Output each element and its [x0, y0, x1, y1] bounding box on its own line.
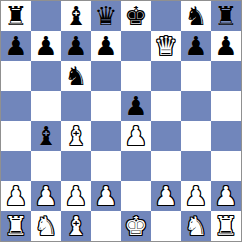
square-g4[interactable] [181, 121, 211, 151]
black-pawn: ♟ [4, 31, 27, 61]
square-f3[interactable] [151, 151, 181, 181]
square-h7[interactable]: ♟ [211, 31, 241, 61]
square-g8[interactable]: ♞ [181, 1, 211, 31]
square-h3[interactable] [211, 151, 241, 181]
white-pawn: ♟ [94, 181, 117, 211]
square-a5[interactable] [1, 91, 31, 121]
square-f8[interactable] [151, 1, 181, 31]
black-pawn: ♟ [214, 31, 237, 61]
square-h6[interactable] [211, 61, 241, 91]
square-e6[interactable] [121, 61, 151, 91]
square-a4[interactable] [1, 121, 31, 151]
white-bishop: ♝ [64, 121, 87, 151]
square-h2[interactable]: ♟ [211, 181, 241, 211]
square-d8[interactable]: ♛ [91, 1, 121, 31]
square-e5[interactable]: ♟ [121, 91, 151, 121]
square-h4[interactable] [211, 121, 241, 151]
square-a6[interactable] [1, 61, 31, 91]
square-e4[interactable]: ♟ [121, 121, 151, 151]
black-pawn: ♟ [94, 31, 117, 61]
white-rook: ♜ [4, 211, 27, 241]
square-c6[interactable]: ♞ [61, 61, 91, 91]
square-d5[interactable] [91, 91, 121, 121]
square-d1[interactable] [91, 211, 121, 241]
square-f2[interactable]: ♟ [151, 181, 181, 211]
square-a3[interactable] [1, 151, 31, 181]
black-knight: ♞ [184, 1, 207, 31]
white-pawn: ♟ [124, 121, 147, 151]
square-b5[interactable] [31, 91, 61, 121]
square-b4[interactable]: ♝ [31, 121, 61, 151]
black-pawn: ♟ [34, 31, 57, 61]
chess-board: ♜♝♛♚♞♜♟♟♟♟♛♟♟♞♟♝♝♟♟♟♟♟♟♟♟♜♞♝♚♞♜ [0, 0, 242, 242]
black-king: ♚ [124, 1, 147, 31]
square-c2[interactable]: ♟ [61, 181, 91, 211]
white-pawn: ♟ [154, 181, 177, 211]
square-e2[interactable] [121, 181, 151, 211]
square-b1[interactable]: ♞ [31, 211, 61, 241]
square-f6[interactable] [151, 61, 181, 91]
white-pawn: ♟ [34, 181, 57, 211]
square-a7[interactable]: ♟ [1, 31, 31, 61]
square-g3[interactable] [181, 151, 211, 181]
white-knight: ♞ [184, 211, 207, 241]
black-pawn: ♟ [124, 91, 147, 121]
square-e3[interactable] [121, 151, 151, 181]
black-queen: ♛ [94, 1, 117, 31]
square-b6[interactable] [31, 61, 61, 91]
square-d4[interactable] [91, 121, 121, 151]
square-f7[interactable]: ♛ [151, 31, 181, 61]
white-knight: ♞ [34, 211, 57, 241]
black-pawn: ♟ [184, 31, 207, 61]
board-container: ♜♝♛♚♞♜♟♟♟♟♛♟♟♞♟♝♝♟♟♟♟♟♟♟♟♜♞♝♚♞♜ [0, 0, 242, 242]
white-pawn: ♟ [64, 181, 87, 211]
square-e1[interactable]: ♚ [121, 211, 151, 241]
square-h5[interactable] [211, 91, 241, 121]
white-rook: ♜ [214, 211, 237, 241]
white-queen: ♛ [154, 31, 177, 61]
square-b7[interactable]: ♟ [31, 31, 61, 61]
square-b3[interactable] [31, 151, 61, 181]
white-king: ♚ [124, 211, 147, 241]
square-d2[interactable]: ♟ [91, 181, 121, 211]
white-pawn: ♟ [4, 181, 27, 211]
square-b8[interactable] [31, 1, 61, 31]
square-g1[interactable]: ♞ [181, 211, 211, 241]
white-bishop: ♝ [64, 211, 87, 241]
black-knight: ♞ [64, 61, 87, 91]
square-c8[interactable]: ♝ [61, 1, 91, 31]
black-pawn: ♟ [64, 31, 87, 61]
square-a2[interactable]: ♟ [1, 181, 31, 211]
black-bishop: ♝ [64, 1, 87, 31]
square-g6[interactable] [181, 61, 211, 91]
square-c5[interactable] [61, 91, 91, 121]
black-rook: ♜ [214, 1, 237, 31]
square-c4[interactable]: ♝ [61, 121, 91, 151]
square-e8[interactable]: ♚ [121, 1, 151, 31]
square-e7[interactable] [121, 31, 151, 61]
white-pawn: ♟ [184, 181, 207, 211]
square-g7[interactable]: ♟ [181, 31, 211, 61]
square-a8[interactable]: ♜ [1, 1, 31, 31]
square-f5[interactable] [151, 91, 181, 121]
square-d7[interactable]: ♟ [91, 31, 121, 61]
square-c1[interactable]: ♝ [61, 211, 91, 241]
black-rook: ♜ [4, 1, 27, 31]
white-pawn: ♟ [214, 181, 237, 211]
square-h1[interactable]: ♜ [211, 211, 241, 241]
black-bishop: ♝ [34, 121, 57, 151]
square-g2[interactable]: ♟ [181, 181, 211, 211]
square-d6[interactable] [91, 61, 121, 91]
square-f4[interactable] [151, 121, 181, 151]
square-c3[interactable] [61, 151, 91, 181]
square-d3[interactable] [91, 151, 121, 181]
square-h8[interactable]: ♜ [211, 1, 241, 31]
square-a1[interactable]: ♜ [1, 211, 31, 241]
square-f1[interactable] [151, 211, 181, 241]
square-b2[interactable]: ♟ [31, 181, 61, 211]
square-g5[interactable] [181, 91, 211, 121]
square-c7[interactable]: ♟ [61, 31, 91, 61]
